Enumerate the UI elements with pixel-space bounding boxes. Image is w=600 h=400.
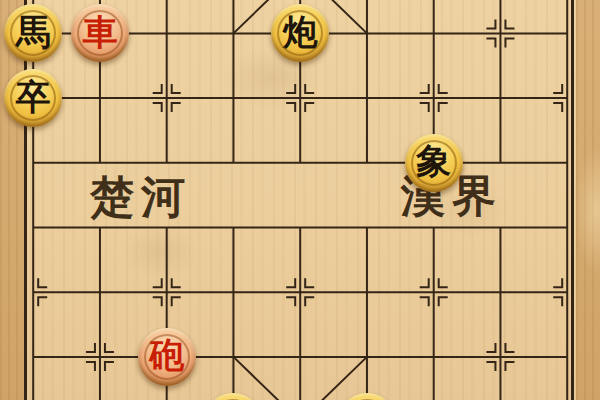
- xiangqi-board[interactable]: 楚河 漢界 馬車炮卒象砲: [0, 0, 600, 400]
- river-label-chu-he: 楚河: [90, 176, 192, 220]
- black-soldier-glyph: 卒: [16, 80, 51, 115]
- piece-red-chariot[interactable]: 車: [71, 4, 129, 62]
- black-elephant-glyph: 象: [416, 144, 451, 179]
- piece-black-soldier[interactable]: 卒: [4, 69, 62, 127]
- red-chariot-glyph: 車: [82, 15, 117, 50]
- piece-black-elephant[interactable]: 象: [405, 134, 463, 192]
- red-cannon-glyph: 砲: [149, 338, 184, 373]
- piece-red-cannon[interactable]: 砲: [138, 328, 196, 386]
- black-horse-glyph: 馬: [16, 15, 51, 50]
- black-cannon-glyph: 炮: [283, 15, 318, 50]
